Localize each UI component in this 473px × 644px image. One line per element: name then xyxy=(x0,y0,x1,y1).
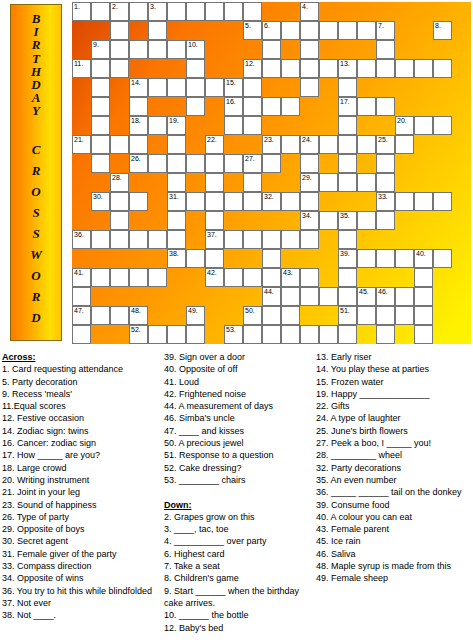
grid-cell-empty[interactable] xyxy=(300,78,319,97)
grid-cell-empty[interactable] xyxy=(300,192,319,211)
across-heading: Across: xyxy=(2,351,162,363)
grid-cell-empty[interactable] xyxy=(243,97,262,116)
grid-cell-blocked xyxy=(205,40,224,59)
grid-cell-empty[interactable] xyxy=(357,21,376,40)
grid-cell-blocked xyxy=(262,211,281,230)
grid-cell-empty[interactable]: 16. xyxy=(224,97,243,116)
grid-cell-blocked xyxy=(357,2,376,21)
grid-cell-blocked xyxy=(72,78,91,97)
grid-cell-empty[interactable] xyxy=(148,154,167,173)
grid-cell-empty[interactable]: 38. xyxy=(167,249,186,268)
grid-cell-empty[interactable]: 35. xyxy=(338,211,357,230)
grid-cell-blocked xyxy=(148,135,167,154)
grid-cell-empty[interactable] xyxy=(186,59,205,78)
grid-cell-blocked xyxy=(205,306,224,325)
grid-cell-empty[interactable]: 47. xyxy=(72,306,91,325)
cell-number: 6. xyxy=(264,22,270,30)
clue-line: 38. Not ____. xyxy=(2,609,162,621)
grid-cell-empty[interactable]: 31. xyxy=(167,192,186,211)
grid-cell-blocked xyxy=(186,135,205,154)
grid-cell-blocked xyxy=(224,59,243,78)
grid-cell-empty[interactable] xyxy=(262,230,281,249)
grid-cell-empty[interactable] xyxy=(205,78,224,97)
grid-cell-empty[interactable] xyxy=(338,287,357,306)
grid-cell-empty[interactable] xyxy=(395,59,414,78)
spacer xyxy=(164,486,314,498)
grid-cell-empty[interactable] xyxy=(338,325,357,344)
clues-column-1: Across: 1. Card requesting attendance5. … xyxy=(2,351,162,622)
grid-cell-empty[interactable] xyxy=(357,306,376,325)
grid-cell-empty[interactable]: 42. xyxy=(205,268,224,287)
cell-number: 17. xyxy=(340,98,350,106)
grid-cell-empty[interactable] xyxy=(110,230,129,249)
grid-cell-empty[interactable] xyxy=(357,97,376,116)
grid-cell-empty[interactable] xyxy=(281,135,300,154)
cell-number: 1. xyxy=(74,3,80,11)
grid-cell-empty[interactable] xyxy=(376,154,395,173)
grid-cell-blocked xyxy=(357,325,376,344)
grid-cell-blocked xyxy=(281,154,300,173)
grid-cell-empty[interactable] xyxy=(338,116,357,135)
grid-cell-empty[interactable]: 37. xyxy=(205,230,224,249)
clue-line: 9. Recess 'meals' xyxy=(2,388,162,400)
grid-cell-empty[interactable]: 34. xyxy=(300,211,319,230)
grid-cell-blocked xyxy=(148,249,167,268)
grid-cell-empty[interactable] xyxy=(224,268,243,287)
grid-cell-blocked xyxy=(110,116,129,135)
grid-cell-empty[interactable] xyxy=(376,306,395,325)
cell-number: 15. xyxy=(226,79,236,87)
grid-cell-empty[interactable]: 9. xyxy=(91,40,110,59)
grid-cell-empty[interactable] xyxy=(357,59,376,78)
grid-cell-empty[interactable] xyxy=(167,211,186,230)
grid-cell-empty[interactable] xyxy=(433,116,452,135)
grid-cell-empty[interactable] xyxy=(205,173,224,192)
grid-cell-empty[interactable] xyxy=(205,192,224,211)
grid-cell-empty[interactable] xyxy=(224,2,243,21)
grid-cell-blocked xyxy=(452,97,471,116)
grid-cell-empty[interactable] xyxy=(129,268,148,287)
grid-cell-empty[interactable] xyxy=(243,192,262,211)
grid-cell-empty[interactable]: 44. xyxy=(262,287,281,306)
grid-cell-empty[interactable] xyxy=(243,116,262,135)
grid-cell-blocked xyxy=(433,211,452,230)
grid-cell-empty[interactable] xyxy=(414,287,433,306)
grid-cell-empty[interactable]: 17. xyxy=(338,97,357,116)
clue-line: 49. Female sheep xyxy=(316,572,472,584)
grid-cell-empty[interactable]: 24. xyxy=(300,135,319,154)
cell-number: 39. xyxy=(340,250,350,258)
grid-cell-blocked xyxy=(186,21,205,40)
grid-cell-empty[interactable] xyxy=(129,230,148,249)
grid-cell-empty[interactable] xyxy=(148,40,167,59)
grid-cell-empty[interactable] xyxy=(300,21,319,40)
clue-line: 48. Maple syrup is made from this xyxy=(316,560,472,572)
cell-number: 16. xyxy=(226,98,236,106)
grid-cell-blocked xyxy=(452,2,471,21)
banner-letter: R xyxy=(11,160,61,181)
grid-cell-empty[interactable]: 20. xyxy=(395,116,414,135)
grid-cell-empty[interactable] xyxy=(376,173,395,192)
grid-cell-blocked xyxy=(357,40,376,59)
grid-cell-empty[interactable]: 3. xyxy=(148,2,167,21)
grid-cell-empty[interactable] xyxy=(357,249,376,268)
grid-cell-blocked xyxy=(433,2,452,21)
grid-cell-empty[interactable] xyxy=(110,306,129,325)
grid-cell-empty[interactable] xyxy=(319,325,338,344)
grid-cell-blocked xyxy=(395,173,414,192)
grid-cell-blocked xyxy=(224,249,243,268)
grid-cell-blocked xyxy=(376,116,395,135)
grid-cell-empty[interactable] xyxy=(281,306,300,325)
grid-cell-empty[interactable]: 49. xyxy=(186,306,205,325)
grid-cell-blocked xyxy=(186,268,205,287)
grid-cell-empty[interactable] xyxy=(148,230,167,249)
grid-cell-empty[interactable] xyxy=(205,249,224,268)
grid-cell-empty[interactable] xyxy=(281,325,300,344)
grid-cell-empty[interactable] xyxy=(319,59,338,78)
grid-cell-empty[interactable] xyxy=(262,249,281,268)
cell-number: 35. xyxy=(340,212,350,220)
grid-cell-blocked xyxy=(224,173,243,192)
grid-cell-blocked xyxy=(319,268,338,287)
clue-line: 24. A type of laughter xyxy=(316,412,472,424)
cell-number: 25. xyxy=(378,136,388,144)
clue-line: 14. You play these at parties xyxy=(316,363,472,375)
grid-cell-empty[interactable] xyxy=(357,211,376,230)
clue-line: 7. Take a seat xyxy=(164,560,314,572)
grid-cell-blocked xyxy=(281,2,300,21)
clues-column-2: 39. Sign over a door40. Opposite of off4… xyxy=(164,351,314,634)
grid-cell-empty[interactable] xyxy=(243,173,262,192)
grid-cell-blocked xyxy=(224,287,243,306)
grid-cell-blocked xyxy=(224,40,243,59)
grid-cell-blocked xyxy=(376,78,395,97)
grid-cell-blocked xyxy=(72,116,91,135)
grid-cell-empty[interactable] xyxy=(357,135,376,154)
grid-cell-empty[interactable] xyxy=(91,2,110,21)
grid-cell-empty[interactable]: 30. xyxy=(91,192,110,211)
grid-cell-empty[interactable] xyxy=(91,135,110,154)
grid-cell-empty[interactable] xyxy=(110,192,129,211)
grid-cell-empty[interactable]: 4. xyxy=(300,2,319,21)
grid-cell-blocked xyxy=(91,173,110,192)
grid-cell-empty[interactable] xyxy=(281,21,300,40)
grid-cell-empty[interactable] xyxy=(91,268,110,287)
grid-cell-empty[interactable] xyxy=(300,268,319,287)
grid-cell-empty[interactable] xyxy=(186,97,205,116)
cell-number: 46. xyxy=(378,288,388,296)
grid-cell-empty[interactable] xyxy=(129,135,148,154)
grid-cell-empty[interactable] xyxy=(110,40,129,59)
grid-cell-empty[interactable] xyxy=(262,59,281,78)
banner-letter: S xyxy=(11,202,61,223)
grid-cell-empty[interactable] xyxy=(243,268,262,287)
grid-cell-empty[interactable] xyxy=(205,211,224,230)
grid-cell-empty[interactable] xyxy=(376,325,395,344)
grid-cell-empty[interactable] xyxy=(338,78,357,97)
grid-cell-empty[interactable]: 46. xyxy=(376,287,395,306)
grid-cell-empty[interactable]: 26. xyxy=(129,154,148,173)
grid-cell-empty[interactable]: 27. xyxy=(243,154,262,173)
grid-cell-empty[interactable] xyxy=(148,268,167,287)
grid-cell-empty[interactable]: 11. xyxy=(72,59,91,78)
grid-cell-empty[interactable] xyxy=(262,268,281,287)
grid-cell-empty[interactable]: 40. xyxy=(414,249,433,268)
grid-cell-empty[interactable] xyxy=(186,2,205,21)
grid-cell-blocked xyxy=(167,287,186,306)
grid-cell-empty[interactable] xyxy=(129,97,148,116)
grid-cell-empty[interactable] xyxy=(91,116,110,135)
grid-cell-blocked xyxy=(414,97,433,116)
grid-cell-empty[interactable] xyxy=(281,192,300,211)
grid-cell-blocked xyxy=(433,97,452,116)
grid-cell-empty[interactable] xyxy=(281,287,300,306)
grid-cell-empty[interactable]: 51. xyxy=(338,306,357,325)
birthday-crossword-banner: BIRTHDAY CROSSWORD xyxy=(10,4,62,341)
grid-cell-blocked xyxy=(148,306,167,325)
grid-cell-empty[interactable] xyxy=(167,173,186,192)
clue-line: 25. June's birth flowers xyxy=(316,425,472,437)
grid-cell-blocked xyxy=(433,135,452,154)
clue-line: 30. Secret agent xyxy=(2,535,162,547)
grid-cell-blocked xyxy=(72,40,91,59)
grid-cell-empty[interactable] xyxy=(338,268,357,287)
grid-cell-empty[interactable] xyxy=(167,325,186,344)
grid-cell-empty[interactable] xyxy=(262,154,281,173)
grid-cell-blocked xyxy=(281,78,300,97)
grid-cell-empty[interactable] xyxy=(224,192,243,211)
grid-cell-empty[interactable] xyxy=(167,230,186,249)
grid-cell-empty[interactable] xyxy=(243,230,262,249)
grid-cell-empty[interactable] xyxy=(357,173,376,192)
grid-cell-empty[interactable] xyxy=(376,40,395,59)
clue-line: 43. Female parent xyxy=(316,523,472,535)
grid-cell-empty[interactable] xyxy=(72,287,91,306)
grid-cell-empty[interactable] xyxy=(205,154,224,173)
grid-cell-empty[interactable] xyxy=(395,306,414,325)
grid-cell-empty[interactable] xyxy=(376,59,395,78)
grid-cell-empty[interactable] xyxy=(148,116,167,135)
grid-cell-empty[interactable] xyxy=(300,287,319,306)
grid-cell-empty[interactable] xyxy=(167,2,186,21)
grid-cell-empty[interactable]: 18. xyxy=(129,116,148,135)
grid-cell-blocked xyxy=(395,268,414,287)
grid-cell-empty[interactable] xyxy=(414,192,433,211)
grid-cell-empty[interactable] xyxy=(319,21,338,40)
grid-cell-empty[interactable] xyxy=(148,325,167,344)
grid-cell-empty[interactable] xyxy=(300,325,319,344)
grid-cell-empty[interactable] xyxy=(319,287,338,306)
clue-line: 33. Compass direction xyxy=(2,560,162,572)
cell-number: 34. xyxy=(302,212,312,220)
clue-line: 9. Start ______ when the birthday cake a… xyxy=(164,585,314,610)
grid-cell-empty[interactable] xyxy=(224,154,243,173)
grid-cell-empty[interactable]: 22. xyxy=(205,135,224,154)
grid-cell-blocked xyxy=(91,249,110,268)
grid-cell-empty[interactable] xyxy=(205,2,224,21)
grid-cell-empty[interactable]: 23. xyxy=(262,135,281,154)
grid-cell-empty[interactable] xyxy=(186,78,205,97)
cell-number: 52. xyxy=(131,326,141,334)
grid-cell-empty[interactable]: 12. xyxy=(243,59,262,78)
grid-cell-empty[interactable] xyxy=(300,40,319,59)
grid-cell-empty[interactable] xyxy=(91,306,110,325)
grid-cell-empty[interactable] xyxy=(414,325,433,344)
grid-cell-blocked xyxy=(72,192,91,211)
grid-cell-empty[interactable] xyxy=(224,116,243,135)
grid-cell-blocked xyxy=(452,78,471,97)
grid-cell-empty[interactable] xyxy=(91,230,110,249)
cell-number: 49. xyxy=(188,307,198,315)
grid-cell-empty[interactable] xyxy=(414,268,433,287)
grid-cell-empty[interactable] xyxy=(167,135,186,154)
grid-cell-empty[interactable]: 2. xyxy=(110,2,129,21)
grid-cell-empty[interactable]: 53. xyxy=(224,325,243,344)
grid-cell-empty[interactable] xyxy=(319,135,338,154)
grid-cell-empty[interactable]: 5. xyxy=(243,21,262,40)
grid-cell-empty[interactable] xyxy=(414,116,433,135)
grid-cell-empty[interactable]: 52. xyxy=(129,325,148,344)
cell-number: 28. xyxy=(112,174,122,182)
grid-cell-empty[interactable] xyxy=(262,40,281,59)
grid-cell-blocked xyxy=(148,59,167,78)
grid-cell-blocked xyxy=(186,116,205,135)
grid-cell-empty[interactable] xyxy=(148,78,167,97)
grid-cell-empty[interactable]: 28. xyxy=(110,173,129,192)
grid-cell-empty[interactable]: 8. xyxy=(433,21,452,40)
grid-cell-empty[interactable] xyxy=(376,97,395,116)
grid-cell-empty[interactable] xyxy=(319,173,338,192)
cell-number: 44. xyxy=(264,288,274,296)
grid-cell-empty[interactable] xyxy=(186,192,205,211)
grid-cell-empty[interactable] xyxy=(376,211,395,230)
grid-cell-empty[interactable] xyxy=(414,59,433,78)
grid-cell-empty[interactable] xyxy=(243,2,262,21)
grid-cell-blocked xyxy=(452,306,471,325)
clue-line: 1. Card requesting attendance xyxy=(2,363,162,375)
grid-cell-empty[interactable] xyxy=(129,192,148,211)
grid-cell-empty[interactable] xyxy=(110,135,129,154)
grid-cell-empty[interactable]: 43. xyxy=(281,268,300,287)
clue-line: 40. A colour you can eat xyxy=(316,511,472,523)
grid-cell-empty[interactable] xyxy=(148,21,167,40)
grid-cell-blocked xyxy=(129,173,148,192)
grid-cell-empty[interactable] xyxy=(91,97,110,116)
grid-cell-empty[interactable]: 19. xyxy=(167,116,186,135)
cell-number: 24. xyxy=(302,136,312,144)
grid-cell-empty[interactable] xyxy=(300,230,319,249)
grid-cell-empty[interactable] xyxy=(300,59,319,78)
grid-cell-empty[interactable] xyxy=(110,268,129,287)
grid-cell-empty[interactable] xyxy=(262,97,281,116)
grid-cell-empty[interactable]: 50. xyxy=(243,306,262,325)
grid-cell-empty[interactable] xyxy=(186,325,205,344)
grid-cell-empty[interactable] xyxy=(186,249,205,268)
grid-cell-empty[interactable] xyxy=(281,59,300,78)
grid-cell-empty[interactable] xyxy=(338,21,357,40)
grid-cell-blocked xyxy=(148,211,167,230)
grid-cell-empty[interactable] xyxy=(433,59,452,78)
grid-cell-empty[interactable]: 41. xyxy=(72,268,91,287)
grid-cell-empty[interactable] xyxy=(338,230,357,249)
grid-cell-blocked xyxy=(72,211,91,230)
clue-line: 35. An even number xyxy=(316,474,472,486)
grid-cell-empty[interactable] xyxy=(224,230,243,249)
grid-cell-blocked xyxy=(129,59,148,78)
grid-cell-empty[interactable]: 32. xyxy=(262,192,281,211)
grid-cell-empty[interactable] xyxy=(376,249,395,268)
grid-cell-empty[interactable] xyxy=(262,306,281,325)
cell-number: 31. xyxy=(169,193,179,201)
grid-cell-empty[interactable] xyxy=(167,78,186,97)
grid-cell-empty[interactable] xyxy=(91,59,110,78)
grid-cell-empty[interactable]: 25. xyxy=(376,135,395,154)
grid-cell-empty[interactable] xyxy=(338,173,357,192)
grid-cell-empty[interactable] xyxy=(300,154,319,173)
grid-cell-empty[interactable] xyxy=(243,325,262,344)
grid-cell-empty[interactable]: 15. xyxy=(224,78,243,97)
grid-cell-empty[interactable]: 21. xyxy=(72,135,91,154)
grid-cell-blocked xyxy=(300,116,319,135)
grid-cell-empty[interactable] xyxy=(281,97,300,116)
grid-cell-empty[interactable] xyxy=(91,78,110,97)
grid-cell-empty[interactable]: 45. xyxy=(357,287,376,306)
grid-cell-empty[interactable] xyxy=(167,154,186,173)
grid-cell-empty[interactable]: 33. xyxy=(376,192,395,211)
grid-cell-empty[interactable] xyxy=(243,78,262,97)
grid-cell-blocked xyxy=(167,306,186,325)
grid-cell-empty[interactable] xyxy=(110,59,129,78)
grid-cell-empty[interactable] xyxy=(414,306,433,325)
grid-cell-empty[interactable] xyxy=(262,325,281,344)
grid-cell-empty[interactable] xyxy=(338,135,357,154)
grid-cell-empty[interactable]: 29. xyxy=(300,173,319,192)
grid-cell-empty[interactable]: 6. xyxy=(262,21,281,40)
grid-cell-empty[interactable] xyxy=(110,211,129,230)
grid-cell-empty[interactable] xyxy=(129,40,148,59)
grid-cell-empty[interactable]: 36. xyxy=(72,230,91,249)
grid-cell-empty[interactable] xyxy=(319,211,338,230)
grid-cell-empty[interactable]: 13. xyxy=(338,59,357,78)
grid-cell-empty[interactable] xyxy=(395,135,414,154)
grid-cell-empty[interactable] xyxy=(281,230,300,249)
grid-cell-empty[interactable]: 39. xyxy=(338,249,357,268)
crossword-grid: 1.2.3.4.5.6.7.8.9.10.11.12.13.14.15.16.1… xyxy=(72,2,471,344)
grid-cell-empty[interactable] xyxy=(167,40,186,59)
grid-cell-empty[interactable] xyxy=(395,249,414,268)
grid-cell-empty[interactable]: 1. xyxy=(72,2,91,21)
grid-cell-blocked xyxy=(72,249,91,268)
grid-cell-blocked xyxy=(319,2,338,21)
grid-cell-empty[interactable] xyxy=(395,192,414,211)
grid-cell-empty[interactable] xyxy=(433,249,452,268)
grid-cell-empty[interactable] xyxy=(72,325,91,344)
grid-cell-empty[interactable] xyxy=(338,154,357,173)
grid-cell-blocked xyxy=(433,268,452,287)
grid-cell-empty[interactable] xyxy=(110,21,129,40)
cell-number: 14. xyxy=(131,79,141,87)
grid-cell-empty[interactable] xyxy=(91,154,110,173)
grid-cell-empty[interactable]: 14. xyxy=(129,78,148,97)
grid-cell-empty[interactable] xyxy=(186,154,205,173)
grid-cell-empty[interactable] xyxy=(395,287,414,306)
grid-cell-empty[interactable]: 10. xyxy=(186,40,205,59)
grid-cell-empty[interactable]: 7. xyxy=(376,21,395,40)
grid-cell-empty[interactable]: 48. xyxy=(129,306,148,325)
grid-cell-empty[interactable] xyxy=(433,192,452,211)
grid-cell-empty[interactable] xyxy=(129,2,148,21)
